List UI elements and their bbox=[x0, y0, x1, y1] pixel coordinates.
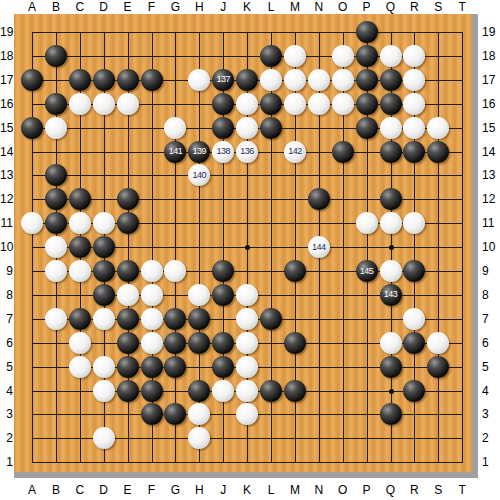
stone-P9[interactable]: 145 bbox=[356, 260, 378, 282]
stone-R6[interactable] bbox=[403, 332, 425, 354]
stone-R18[interactable] bbox=[403, 45, 425, 67]
row-label-right: 10 bbox=[482, 240, 500, 254]
stone-B10[interactable] bbox=[45, 236, 67, 258]
move-number: 139 bbox=[193, 147, 207, 156]
move-number: 136 bbox=[240, 147, 254, 156]
stone-A17[interactable] bbox=[21, 69, 43, 91]
stone-J8[interactable] bbox=[212, 284, 234, 306]
row-label-left: 19 bbox=[0, 25, 13, 39]
stone-F9[interactable] bbox=[141, 260, 163, 282]
stone-H3[interactable] bbox=[188, 403, 210, 425]
stone-O14[interactable] bbox=[332, 141, 354, 163]
row-label-right: 11 bbox=[482, 216, 500, 230]
row-label-left: 4 bbox=[0, 384, 13, 398]
column-label-bottom: B bbox=[46, 483, 66, 497]
stone-Q17[interactable] bbox=[380, 69, 402, 91]
column-label-top: R bbox=[404, 0, 424, 14]
stone-D16[interactable] bbox=[93, 93, 115, 115]
row-label-left: 11 bbox=[0, 216, 13, 230]
stone-K4[interactable] bbox=[236, 380, 258, 402]
stone-G5[interactable] bbox=[164, 356, 186, 378]
stone-L7[interactable] bbox=[260, 308, 282, 330]
column-label-bottom: T bbox=[452, 483, 472, 497]
go-board-screenshot: 137141139138136142140144145143 AABBCCDDE… bbox=[0, 0, 500, 500]
row-label-left: 2 bbox=[0, 431, 13, 445]
stone-K8[interactable] bbox=[236, 284, 258, 306]
stone-B9[interactable] bbox=[45, 260, 67, 282]
stone-C5[interactable] bbox=[69, 356, 91, 378]
stone-Q9[interactable] bbox=[380, 260, 402, 282]
column-label-top: D bbox=[94, 0, 114, 14]
stone-G9[interactable] bbox=[164, 260, 186, 282]
stone-J4[interactable] bbox=[212, 380, 234, 402]
column-label-bottom: J bbox=[213, 483, 233, 497]
stone-F6[interactable] bbox=[141, 332, 163, 354]
stone-M4[interactable] bbox=[284, 380, 306, 402]
stone-D5[interactable] bbox=[93, 356, 115, 378]
column-label-bottom: L bbox=[261, 483, 281, 497]
column-label-bottom: P bbox=[357, 483, 377, 497]
stone-E9[interactable] bbox=[117, 260, 139, 282]
stone-S15[interactable] bbox=[427, 117, 449, 139]
column-label-top: T bbox=[452, 0, 472, 14]
column-label-top: C bbox=[70, 0, 90, 14]
column-label-bottom: F bbox=[142, 483, 162, 497]
stone-D10[interactable] bbox=[93, 236, 115, 258]
row-label-right: 6 bbox=[482, 336, 500, 350]
stone-P19[interactable] bbox=[356, 21, 378, 43]
stone-C16[interactable] bbox=[69, 93, 91, 115]
stone-B13[interactable] bbox=[45, 164, 67, 186]
stone-E11[interactable] bbox=[117, 212, 139, 234]
column-label-top: B bbox=[46, 0, 66, 14]
row-label-right: 15 bbox=[482, 121, 500, 135]
stone-D17[interactable] bbox=[93, 69, 115, 91]
column-label-top: K bbox=[237, 0, 257, 14]
stone-H17[interactable] bbox=[188, 69, 210, 91]
stone-Q3[interactable] bbox=[380, 403, 402, 425]
stone-A11[interactable] bbox=[21, 212, 43, 234]
stone-J17[interactable]: 137 bbox=[212, 69, 234, 91]
move-number: 137 bbox=[216, 75, 230, 84]
stone-F7[interactable] bbox=[141, 308, 163, 330]
stone-N10[interactable]: 144 bbox=[308, 236, 330, 258]
move-number: 138 bbox=[216, 147, 230, 156]
row-label-right: 8 bbox=[482, 288, 500, 302]
row-label-left: 15 bbox=[0, 121, 13, 135]
stone-K14[interactable]: 136 bbox=[236, 141, 258, 163]
column-label-top: G bbox=[165, 0, 185, 14]
row-label-left: 5 bbox=[0, 360, 13, 374]
stone-P18[interactable] bbox=[356, 45, 378, 67]
stone-F5[interactable] bbox=[141, 356, 163, 378]
move-number: 140 bbox=[193, 171, 207, 180]
stone-R7[interactable] bbox=[403, 308, 425, 330]
column-label-top: J bbox=[213, 0, 233, 14]
stone-R16[interactable] bbox=[403, 93, 425, 115]
row-label-right: 12 bbox=[482, 192, 500, 206]
star-point bbox=[389, 389, 394, 394]
stone-K6[interactable] bbox=[236, 332, 258, 354]
stone-E6[interactable] bbox=[117, 332, 139, 354]
column-label-bottom: C bbox=[70, 483, 90, 497]
stone-K5[interactable] bbox=[236, 356, 258, 378]
stone-L16[interactable] bbox=[260, 93, 282, 115]
stone-A15[interactable] bbox=[21, 117, 43, 139]
row-label-left: 16 bbox=[0, 97, 13, 111]
stone-C10[interactable] bbox=[69, 236, 91, 258]
stone-J5[interactable] bbox=[212, 356, 234, 378]
column-label-bottom: D bbox=[94, 483, 114, 497]
stone-E5[interactable] bbox=[117, 356, 139, 378]
stone-D8[interactable] bbox=[93, 284, 115, 306]
column-label-bottom: M bbox=[285, 483, 305, 497]
row-label-left: 17 bbox=[0, 73, 13, 87]
row-label-left: 10 bbox=[0, 240, 13, 254]
row-label-right: 3 bbox=[482, 407, 500, 421]
stone-H8[interactable] bbox=[188, 284, 210, 306]
stone-L18[interactable] bbox=[260, 45, 282, 67]
column-label-bottom: N bbox=[309, 483, 329, 497]
stone-J6[interactable] bbox=[212, 332, 234, 354]
stone-K17[interactable] bbox=[236, 69, 258, 91]
stone-E7[interactable] bbox=[117, 308, 139, 330]
column-label-top: M bbox=[285, 0, 305, 14]
row-label-right: 13 bbox=[482, 168, 500, 182]
stone-L4[interactable] bbox=[260, 380, 282, 402]
row-label-right: 18 bbox=[482, 49, 500, 63]
stone-J15[interactable] bbox=[212, 117, 234, 139]
stone-Q12[interactable] bbox=[380, 188, 402, 210]
stone-N12[interactable] bbox=[308, 188, 330, 210]
goban[interactable]: 137141139138136142140144145143 bbox=[14, 14, 478, 478]
stone-D4[interactable] bbox=[93, 380, 115, 402]
column-label-bottom: K bbox=[237, 483, 257, 497]
stone-R17[interactable] bbox=[403, 69, 425, 91]
stone-E17[interactable] bbox=[117, 69, 139, 91]
stone-K3[interactable] bbox=[236, 403, 258, 425]
stone-D7[interactable] bbox=[93, 308, 115, 330]
stone-E16[interactable] bbox=[117, 93, 139, 115]
column-label-top: F bbox=[142, 0, 162, 14]
stone-C17[interactable] bbox=[69, 69, 91, 91]
stone-B7[interactable] bbox=[45, 308, 67, 330]
row-label-left: 12 bbox=[0, 192, 13, 206]
stone-R9[interactable] bbox=[403, 260, 425, 282]
row-label-right: 7 bbox=[482, 312, 500, 326]
row-label-right: 17 bbox=[482, 73, 500, 87]
stone-H14[interactable]: 139 bbox=[188, 141, 210, 163]
stone-P15[interactable] bbox=[356, 117, 378, 139]
stone-Q5[interactable] bbox=[380, 356, 402, 378]
column-label-bottom: E bbox=[118, 483, 138, 497]
stone-K7[interactable] bbox=[236, 308, 258, 330]
column-label-top: O bbox=[333, 0, 353, 14]
stone-J16[interactable] bbox=[212, 93, 234, 115]
stone-M9[interactable] bbox=[284, 260, 306, 282]
stone-G14[interactable]: 141 bbox=[164, 141, 186, 163]
stone-M6[interactable] bbox=[284, 332, 306, 354]
stone-C11[interactable] bbox=[69, 212, 91, 234]
stone-O16[interactable] bbox=[332, 93, 354, 115]
stone-B11[interactable] bbox=[45, 212, 67, 234]
column-label-top: H bbox=[189, 0, 209, 14]
row-label-right: 14 bbox=[482, 145, 500, 159]
stone-M18[interactable] bbox=[284, 45, 306, 67]
row-label-left: 1 bbox=[0, 455, 13, 469]
grid-line-horizontal bbox=[32, 462, 463, 463]
stone-R15[interactable] bbox=[403, 117, 425, 139]
stone-H4[interactable] bbox=[188, 380, 210, 402]
row-label-left: 7 bbox=[0, 312, 13, 326]
stone-H2[interactable] bbox=[188, 427, 210, 449]
grid-line-vertical bbox=[462, 32, 463, 463]
row-label-left: 3 bbox=[0, 407, 13, 421]
stone-J9[interactable] bbox=[212, 260, 234, 282]
column-label-bottom: O bbox=[333, 483, 353, 497]
stone-Q6[interactable] bbox=[380, 332, 402, 354]
column-label-bottom: H bbox=[189, 483, 209, 497]
stone-J14[interactable]: 138 bbox=[212, 141, 234, 163]
stone-R14[interactable] bbox=[403, 141, 425, 163]
row-label-right: 16 bbox=[482, 97, 500, 111]
row-label-left: 18 bbox=[0, 49, 13, 63]
row-label-left: 14 bbox=[0, 145, 13, 159]
stone-L17[interactable] bbox=[260, 69, 282, 91]
column-label-bottom: G bbox=[165, 483, 185, 497]
stone-C9[interactable] bbox=[69, 260, 91, 282]
stone-M14[interactable]: 142 bbox=[284, 141, 306, 163]
column-label-top: A bbox=[22, 0, 42, 14]
move-number: 145 bbox=[360, 267, 374, 276]
row-label-right: 1 bbox=[482, 455, 500, 469]
stone-K16[interactable] bbox=[236, 93, 258, 115]
row-label-left: 9 bbox=[0, 264, 13, 278]
stone-Q14[interactable] bbox=[380, 141, 402, 163]
stone-B12[interactable] bbox=[45, 188, 67, 210]
column-label-top: S bbox=[428, 0, 448, 14]
row-label-left: 13 bbox=[0, 168, 13, 182]
stone-P17[interactable] bbox=[356, 69, 378, 91]
stone-S5[interactable] bbox=[427, 356, 449, 378]
stone-G6[interactable] bbox=[164, 332, 186, 354]
stone-E4[interactable] bbox=[117, 380, 139, 402]
star-point bbox=[389, 245, 394, 250]
stone-C7[interactable] bbox=[69, 308, 91, 330]
star-point bbox=[245, 245, 250, 250]
stone-M16[interactable] bbox=[284, 93, 306, 115]
stone-P11[interactable] bbox=[356, 212, 378, 234]
stone-G15[interactable] bbox=[164, 117, 186, 139]
stone-N16[interactable] bbox=[308, 93, 330, 115]
stone-G7[interactable] bbox=[164, 308, 186, 330]
column-label-top: E bbox=[118, 0, 138, 14]
row-label-right: 2 bbox=[482, 431, 500, 445]
stone-H6[interactable] bbox=[188, 332, 210, 354]
column-label-top: L bbox=[261, 0, 281, 14]
row-label-left: 8 bbox=[0, 288, 13, 302]
stone-O18[interactable] bbox=[332, 45, 354, 67]
row-label-right: 5 bbox=[482, 360, 500, 374]
stone-R11[interactable] bbox=[403, 212, 425, 234]
column-label-bottom: A bbox=[22, 483, 42, 497]
row-label-left: 6 bbox=[0, 336, 13, 350]
stone-O17[interactable] bbox=[332, 69, 354, 91]
stone-Q18[interactable] bbox=[380, 45, 402, 67]
column-label-top: Q bbox=[381, 0, 401, 14]
move-number: 144 bbox=[312, 243, 326, 252]
stone-L15[interactable] bbox=[260, 117, 282, 139]
stone-K15[interactable] bbox=[236, 117, 258, 139]
stone-Q15[interactable] bbox=[380, 117, 402, 139]
stone-Q11[interactable] bbox=[380, 212, 402, 234]
column-label-bottom: Q bbox=[381, 483, 401, 497]
column-label-bottom: S bbox=[428, 483, 448, 497]
stone-B16[interactable] bbox=[45, 93, 67, 115]
stone-D2[interactable] bbox=[93, 427, 115, 449]
row-label-right: 19 bbox=[482, 25, 500, 39]
stone-F8[interactable] bbox=[141, 284, 163, 306]
column-label-top: P bbox=[357, 0, 377, 14]
stone-F4[interactable] bbox=[141, 380, 163, 402]
stone-Q16[interactable] bbox=[380, 93, 402, 115]
move-number: 143 bbox=[384, 290, 398, 299]
stone-C6[interactable] bbox=[69, 332, 91, 354]
stone-D11[interactable] bbox=[93, 212, 115, 234]
stone-F3[interactable] bbox=[141, 403, 163, 425]
stone-S14[interactable] bbox=[427, 141, 449, 163]
stone-C12[interactable] bbox=[69, 188, 91, 210]
stone-H13[interactable]: 140 bbox=[188, 164, 210, 186]
row-label-right: 4 bbox=[482, 384, 500, 398]
stone-N17[interactable] bbox=[308, 69, 330, 91]
stone-R4[interactable] bbox=[403, 380, 425, 402]
move-number: 142 bbox=[288, 147, 302, 156]
stone-H7[interactable] bbox=[188, 308, 210, 330]
stone-P16[interactable] bbox=[356, 93, 378, 115]
stone-D9[interactable] bbox=[93, 260, 115, 282]
column-label-top: N bbox=[309, 0, 329, 14]
stone-B15[interactable] bbox=[45, 117, 67, 139]
row-label-right: 9 bbox=[482, 264, 500, 278]
stone-Q8[interactable]: 143 bbox=[380, 284, 402, 306]
column-label-bottom: R bbox=[404, 483, 424, 497]
stone-B18[interactable] bbox=[45, 45, 67, 67]
stone-G3[interactable] bbox=[164, 403, 186, 425]
grid-line-vertical bbox=[438, 32, 439, 463]
stone-E8[interactable] bbox=[117, 284, 139, 306]
stone-F17[interactable] bbox=[141, 69, 163, 91]
move-number: 141 bbox=[169, 147, 183, 156]
stone-E12[interactable] bbox=[117, 188, 139, 210]
stone-M17[interactable] bbox=[284, 69, 306, 91]
stone-S6[interactable] bbox=[427, 332, 449, 354]
